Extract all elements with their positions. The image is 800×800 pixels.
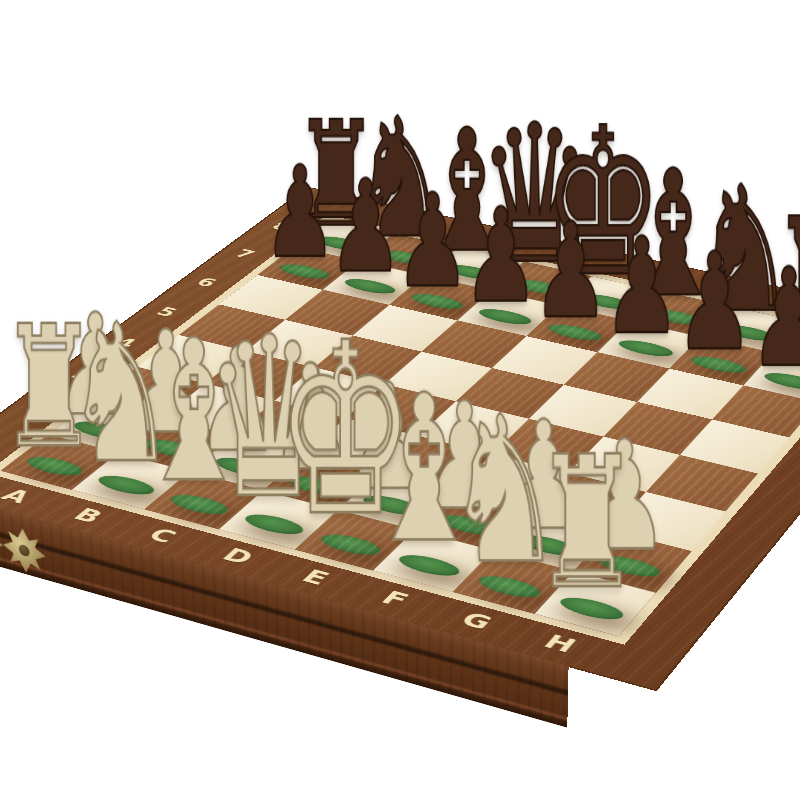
piece-black-pawn[interactable]: ♟ xyxy=(701,250,800,385)
square-h7[interactable]: ♟ xyxy=(743,353,800,403)
photo-stage: ♜♞♝♛♚♝♞♜♟♟♟♟♟♟♟♟♟♟♟♟♟♟♟♟♜♞♝♛♚♝♞♜ ABCDEFG… xyxy=(0,0,800,800)
box-latch[interactable] xyxy=(0,506,67,586)
latch-small-star-icon xyxy=(0,519,4,563)
chess-board: ♜♞♝♛♚♝♞♜♟♟♟♟♟♟♟♟♟♟♟♟♟♟♟♟♜♞♝♛♚♝♞♜ ABCDEFG… xyxy=(0,187,800,692)
piece-white-rook[interactable]: ♜ xyxy=(487,431,687,614)
square-h1[interactable]: ♜ xyxy=(535,571,656,636)
